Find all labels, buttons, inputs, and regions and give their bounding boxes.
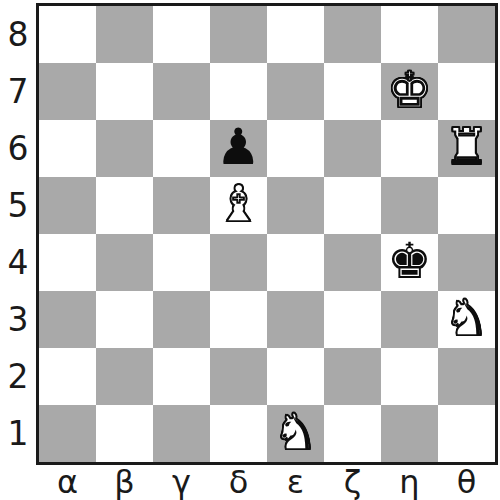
square-ζ3[interactable] [324,291,381,348]
file-label-α: α [39,465,96,499]
rank-label-5: 5 [0,177,36,234]
square-ε8[interactable] [267,6,324,63]
square-α5[interactable] [39,177,96,234]
chess-board: ♚♟♜♝♚♞♞ [36,3,498,465]
rank-label-8: 8 [0,6,36,63]
black-king[interactable]: ♚ [387,236,432,286]
square-δ7[interactable] [210,63,267,120]
square-ε6[interactable] [267,120,324,177]
square-ζ4[interactable] [324,234,381,291]
square-α6[interactable] [39,120,96,177]
white-knight[interactable]: ♞ [444,293,489,343]
file-label-δ: δ [210,465,267,499]
square-δ6[interactable]: ♟ [210,120,267,177]
square-α4[interactable] [39,234,96,291]
square-γ7[interactable] [153,63,210,120]
square-γ4[interactable] [153,234,210,291]
square-α1[interactable] [39,405,96,462]
square-η4[interactable]: ♚ [381,234,438,291]
square-ε5[interactable] [267,177,324,234]
rank-labels: 87654321 [0,6,36,462]
square-δ2[interactable] [210,348,267,405]
square-θ8[interactable] [438,6,495,63]
square-ε3[interactable] [267,291,324,348]
square-ζ6[interactable] [324,120,381,177]
square-η3[interactable] [381,291,438,348]
square-θ3[interactable]: ♞ [438,291,495,348]
square-η5[interactable] [381,177,438,234]
square-β4[interactable] [96,234,153,291]
square-θ5[interactable] [438,177,495,234]
rank-label-6: 6 [0,120,36,177]
file-label-γ: γ [153,465,210,499]
square-β2[interactable] [96,348,153,405]
file-label-β: β [96,465,153,499]
square-ζ7[interactable] [324,63,381,120]
square-η8[interactable] [381,6,438,63]
square-δ3[interactable] [210,291,267,348]
square-θ6[interactable]: ♜ [438,120,495,177]
rank-label-7: 7 [0,63,36,120]
square-α2[interactable] [39,348,96,405]
white-knight[interactable]: ♞ [273,407,318,457]
file-labels: αβγδεζηθ [39,465,495,499]
square-θ7[interactable] [438,63,495,120]
rank-label-2: 2 [0,348,36,405]
square-γ2[interactable] [153,348,210,405]
square-ζ1[interactable] [324,405,381,462]
file-label-ζ: ζ [324,465,381,499]
square-α3[interactable] [39,291,96,348]
file-label-θ: θ [438,465,495,499]
square-γ6[interactable] [153,120,210,177]
square-β1[interactable] [96,405,153,462]
square-γ1[interactable] [153,405,210,462]
rank-label-1: 1 [0,405,36,462]
square-ε2[interactable] [267,348,324,405]
rank-label-3: 3 [0,291,36,348]
chess-diagram: 87654321 ♚♟♜♝♚♞♞ αβγδεζηθ [0,0,500,500]
square-ζ2[interactable] [324,348,381,405]
square-ε4[interactable] [267,234,324,291]
square-ε7[interactable] [267,63,324,120]
white-bishop[interactable]: ♝ [216,179,261,229]
square-β5[interactable] [96,177,153,234]
black-pawn[interactable]: ♟ [216,122,261,172]
square-θ4[interactable] [438,234,495,291]
square-ζ5[interactable] [324,177,381,234]
square-η7[interactable]: ♚ [381,63,438,120]
square-β7[interactable] [96,63,153,120]
square-δ8[interactable] [210,6,267,63]
square-γ8[interactable] [153,6,210,63]
square-θ2[interactable] [438,348,495,405]
square-β8[interactable] [96,6,153,63]
square-β6[interactable] [96,120,153,177]
square-η1[interactable] [381,405,438,462]
square-δ1[interactable] [210,405,267,462]
square-η2[interactable] [381,348,438,405]
square-δ5[interactable]: ♝ [210,177,267,234]
square-η6[interactable] [381,120,438,177]
square-ζ8[interactable] [324,6,381,63]
file-label-η: η [381,465,438,499]
square-θ1[interactable] [438,405,495,462]
square-β3[interactable] [96,291,153,348]
square-δ4[interactable] [210,234,267,291]
file-label-ε: ε [267,465,324,499]
square-γ3[interactable] [153,291,210,348]
square-α8[interactable] [39,6,96,63]
square-ε1[interactable]: ♞ [267,405,324,462]
white-king[interactable]: ♚ [387,65,432,115]
rank-label-4: 4 [0,234,36,291]
square-α7[interactable] [39,63,96,120]
square-γ5[interactable] [153,177,210,234]
white-rook[interactable]: ♜ [444,122,489,172]
